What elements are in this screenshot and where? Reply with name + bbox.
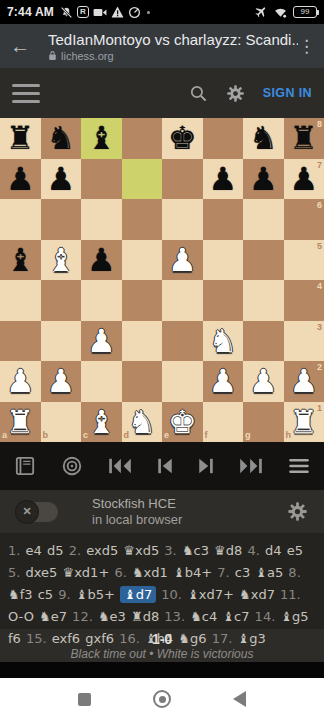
last-move-button[interactable] <box>239 457 263 475</box>
move-white-2.[interactable]: exd5 <box>86 543 118 558</box>
white-pawn-f2[interactable]: ♟ <box>203 361 244 402</box>
move-black-5.[interactable]: ♛xd1+ <box>63 565 110 580</box>
battery-icon: 99 <box>293 6 317 18</box>
black-pawn-a7[interactable]: ♟ <box>0 159 41 200</box>
toggle-knob-x-icon: ✕ <box>16 501 38 523</box>
move-white-10.[interactable]: ♝xd7+ <box>187 587 234 602</box>
square-g2[interactable]: ♟ <box>243 361 284 402</box>
square-d1[interactable]: ♞d <box>122 402 163 443</box>
square-c7[interactable] <box>81 159 122 200</box>
move-number: 3. <box>164 543 176 558</box>
status-bar: 7:44 AM R 99 <box>0 0 324 24</box>
square-e4[interactable] <box>162 280 203 321</box>
move-white-3.[interactable]: ♞c3 <box>182 543 209 558</box>
square-h2[interactable]: ♟2 <box>284 361 324 402</box>
move-black-6.[interactable]: ♝b4+ <box>173 565 212 580</box>
lichess-topbar: SIGN IN <box>0 68 324 118</box>
square-g3[interactable] <box>243 321 284 362</box>
rank-label-6: 6 <box>317 201 322 210</box>
move-black-15.[interactable]: gxf6 <box>85 631 114 646</box>
file-label-e: e <box>164 431 169 440</box>
black-bishop-c8[interactable]: ♝ <box>81 118 122 159</box>
square-b6[interactable] <box>41 199 82 240</box>
white-pawn-b2[interactable]: ♟ <box>41 361 82 402</box>
square-b4[interactable] <box>41 280 82 321</box>
move-black-11.[interactable]: ♞e7 <box>39 609 67 624</box>
back-icon[interactable] <box>233 691 246 707</box>
move-black-8.[interactable]: c5 <box>38 587 53 602</box>
move-number: 11. <box>280 587 301 602</box>
square-d7[interactable] <box>122 159 163 200</box>
notification-dot-icon <box>147 11 150 14</box>
url-text[interactable]: lichess.org <box>61 50 114 62</box>
engine-toggle[interactable]: ✕ <box>16 502 58 522</box>
file-label-g: g <box>245 431 251 440</box>
white-pawn-c3[interactable]: ♟ <box>81 321 122 362</box>
clock-time: 7:44 AM <box>7 5 54 19</box>
file-label-a: a <box>2 431 7 440</box>
move-number: 6. <box>114 565 126 580</box>
square-a4[interactable] <box>0 280 41 321</box>
move-number: 1. <box>8 543 20 558</box>
first-move-button[interactable] <box>108 457 132 475</box>
square-h8[interactable]: ♜8 <box>284 118 324 159</box>
rank-label-4: 4 <box>317 282 322 291</box>
chess-board[interactable]: ♜♞♝♚♞♜8♟♟♟♟♟76♝♝♟♟54♟♞3♟♟♟♟♟2♜ab♝c♞d♚efg… <box>0 118 324 442</box>
controls-bar <box>0 442 324 490</box>
move-number: 7. <box>217 565 229 580</box>
square-f8[interactable] <box>203 118 244 159</box>
square-e6[interactable] <box>162 199 203 240</box>
black-knight-g8[interactable]: ♞ <box>243 118 284 159</box>
move-white-4.[interactable]: d4 <box>265 543 282 558</box>
square-f7[interactable]: ♟ <box>203 159 244 200</box>
browser-menu-button[interactable]: ⋮ <box>298 36 314 57</box>
square-h7[interactable]: ♟7 <box>284 159 324 200</box>
square-d2[interactable] <box>122 361 163 402</box>
move-number: 10. <box>161 587 182 602</box>
square-c3[interactable]: ♟ <box>81 321 122 362</box>
mute-icon <box>60 6 73 19</box>
move-black-14.[interactable]: f6 <box>8 631 21 646</box>
square-b5[interactable]: ♝ <box>41 240 82 281</box>
rank-label-3: 3 <box>317 323 322 332</box>
move-black-1.[interactable]: d5 <box>47 543 64 558</box>
move-white-1.[interactable]: e4 <box>26 543 42 558</box>
browser-toolbar: ← TedIanMontoyo vs charlayzz: Scandi... … <box>0 24 324 68</box>
square-f3[interactable]: ♞ <box>203 321 244 362</box>
analysis-gear-icon[interactable] <box>287 501 308 522</box>
square-c8[interactable]: ♝ <box>81 118 122 159</box>
square-h6[interactable]: 6 <box>284 199 324 240</box>
square-c1[interactable]: ♝c <box>81 402 122 443</box>
move-number: 14. <box>255 609 276 624</box>
white-pawn-g2[interactable]: ♟ <box>243 361 284 402</box>
airplane-icon <box>254 5 268 19</box>
square-e5[interactable]: ♟ <box>162 240 203 281</box>
move-number: 5. <box>8 565 20 580</box>
move-black-4.[interactable]: e5 <box>287 543 303 558</box>
engine-name: Stockfish HCE <box>92 496 287 511</box>
move-black-9.[interactable]: ♝d7 <box>120 586 156 603</box>
gear-icon[interactable] <box>226 84 245 103</box>
square-a2[interactable]: ♟ <box>0 361 41 402</box>
square-b7[interactable]: ♟ <box>41 159 82 200</box>
square-d3[interactable] <box>122 321 163 362</box>
square-c2[interactable] <box>81 361 122 402</box>
move-black-12.[interactable]: ♜d8 <box>131 609 159 624</box>
square-a1[interactable]: ♜a <box>0 402 41 443</box>
file-label-d: d <box>124 431 130 440</box>
file-label-f: f <box>205 431 208 440</box>
square-e8[interactable]: ♚ <box>162 118 203 159</box>
square-e2[interactable] <box>162 361 203 402</box>
prev-move-button[interactable] <box>157 457 173 475</box>
square-h1[interactable]: ♜h1 <box>284 402 324 443</box>
black-pawn-b7[interactable]: ♟ <box>41 159 82 200</box>
black-rook-a8[interactable]: ♜ <box>0 118 41 159</box>
move-black-10.[interactable]: ♞xd7 <box>239 587 275 602</box>
rank-label-2: 2 <box>317 363 322 372</box>
move-white-12.[interactable]: ♞e3 <box>98 609 126 624</box>
warning-icon <box>111 6 124 18</box>
move-white-7.[interactable]: c3 <box>235 565 250 580</box>
analysis-panel: ✕ Stockfish HCE in local browser <box>0 490 324 533</box>
move-white-15.[interactable]: exf6 <box>52 631 80 646</box>
move-black-16.[interactable]: ♞g6 <box>178 631 206 646</box>
square-g4[interactable] <box>243 280 284 321</box>
move-number: 2. <box>69 543 81 558</box>
black-pawn-f7[interactable]: ♟ <box>203 159 244 200</box>
move-black-2.[interactable]: ♛xd5 <box>123 543 159 558</box>
move-black-13.[interactable]: ♝c7 <box>222 609 249 624</box>
square-b3[interactable] <box>41 321 82 362</box>
file-label-b: b <box>43 431 49 440</box>
square-a7[interactable]: ♟ <box>0 159 41 200</box>
r-box-icon: R <box>77 6 89 18</box>
move-white-8.[interactable]: ♞f3 <box>8 587 33 602</box>
square-d6[interactable] <box>122 199 163 240</box>
square-h5[interactable]: 5 <box>284 240 324 281</box>
square-a3[interactable] <box>0 321 41 362</box>
wifi-icon <box>273 6 288 18</box>
square-a6[interactable] <box>0 199 41 240</box>
white-pawn-a2[interactable]: ♟ <box>0 361 41 402</box>
rank-label-8: 8 <box>317 120 322 129</box>
square-g1[interactable]: g <box>243 402 284 443</box>
black-bishop-a5[interactable]: ♝ <box>0 240 41 281</box>
move-black-3.[interactable]: ♛d8 <box>214 543 242 558</box>
square-c4[interactable] <box>81 280 122 321</box>
square-f2[interactable]: ♟ <box>203 361 244 402</box>
square-b8[interactable]: ♞ <box>41 118 82 159</box>
move-number: 9. <box>58 587 70 602</box>
square-b2[interactable]: ♟ <box>41 361 82 402</box>
square-g7[interactable]: ♟ <box>243 159 284 200</box>
square-f5[interactable] <box>203 240 244 281</box>
page-title: TedIanMontoyo vs charlayzz: Scandi... <box>48 31 298 48</box>
move-number: 12. <box>72 609 93 624</box>
square-c5[interactable]: ♟ <box>81 240 122 281</box>
android-nav-bar <box>0 678 324 720</box>
move-number: 16. <box>119 631 140 646</box>
file-label-c: c <box>83 431 88 440</box>
target-icon[interactable] <box>61 455 83 477</box>
hamburger-menu-button[interactable] <box>12 84 40 103</box>
square-g8[interactable]: ♞ <box>243 118 284 159</box>
search-icon[interactable] <box>189 84 208 103</box>
move-number: 15. <box>26 631 47 646</box>
sign-in-button[interactable]: SIGN IN <box>263 86 312 100</box>
black-knight-b8[interactable]: ♞ <box>41 118 82 159</box>
rank-label-7: 7 <box>317 161 322 170</box>
square-a8[interactable]: ♜ <box>0 118 41 159</box>
square-f1[interactable]: f <box>203 402 244 443</box>
white-bishop-b5[interactable]: ♝ <box>41 240 82 281</box>
move-number: 17. <box>212 631 233 646</box>
move-white-6.[interactable]: ♞xd1 <box>132 565 168 580</box>
video-icon <box>93 7 107 18</box>
square-b1[interactable]: b <box>41 402 82 443</box>
move-white-5.[interactable]: dxe5 <box>26 565 58 580</box>
square-d5[interactable] <box>122 240 163 281</box>
move-white-9.[interactable]: ♝b5+ <box>76 587 115 602</box>
square-c6[interactable] <box>81 199 122 240</box>
square-g6[interactable] <box>243 199 284 240</box>
white-knight-f3[interactable]: ♞ <box>203 321 244 362</box>
home-icon[interactable] <box>153 690 171 708</box>
move-white-17.[interactable]: ♝g3 <box>238 631 266 646</box>
square-a5[interactable]: ♝ <box>0 240 41 281</box>
black-pawn-g7[interactable]: ♟ <box>243 159 284 200</box>
move-list[interactable]: 1. e4 d5 2. exd5 ♛xd5 3. ♞c3 ♛d8 4. d4 e… <box>0 533 324 629</box>
book-icon[interactable] <box>14 456 36 476</box>
move-white-13.[interactable]: ♞c4 <box>190 609 217 624</box>
black-king-e8[interactable]: ♚ <box>162 118 203 159</box>
engine-location: in local browser <box>92 512 287 527</box>
rank-label-1: 1 <box>317 404 322 413</box>
move-white-14.[interactable]: ♝g5 <box>280 609 308 624</box>
square-g5[interactable] <box>243 240 284 281</box>
browser-back-button[interactable]: ← <box>10 35 40 58</box>
white-pawn-e5[interactable]: ♟ <box>162 240 203 281</box>
square-h4[interactable]: 4 <box>284 280 324 321</box>
square-e7[interactable] <box>162 159 203 200</box>
lock-icon <box>48 50 57 61</box>
square-e3[interactable] <box>162 321 203 362</box>
square-e1[interactable]: ♚e <box>162 402 203 443</box>
move-number: 4. <box>247 543 259 558</box>
recents-icon[interactable] <box>78 693 91 706</box>
next-move-button[interactable] <box>198 457 214 475</box>
bottom-gap <box>0 662 324 678</box>
clock-icon <box>128 6 141 19</box>
square-d8[interactable] <box>122 118 163 159</box>
move-black-7.[interactable]: ♝a5 <box>255 565 283 580</box>
file-label-h: h <box>286 431 292 440</box>
move-number: 13. <box>164 609 185 624</box>
rank-label-5: 5 <box>317 242 322 251</box>
square-h3[interactable]: 3 <box>284 321 324 362</box>
square-f4[interactable] <box>203 280 244 321</box>
move-white-11.[interactable]: O-O <box>8 609 34 624</box>
menu-button[interactable] <box>288 458 310 474</box>
move-number: 8. <box>288 565 300 580</box>
square-f6[interactable] <box>203 199 244 240</box>
black-pawn-c5[interactable]: ♟ <box>81 240 122 281</box>
square-d4[interactable] <box>122 280 163 321</box>
